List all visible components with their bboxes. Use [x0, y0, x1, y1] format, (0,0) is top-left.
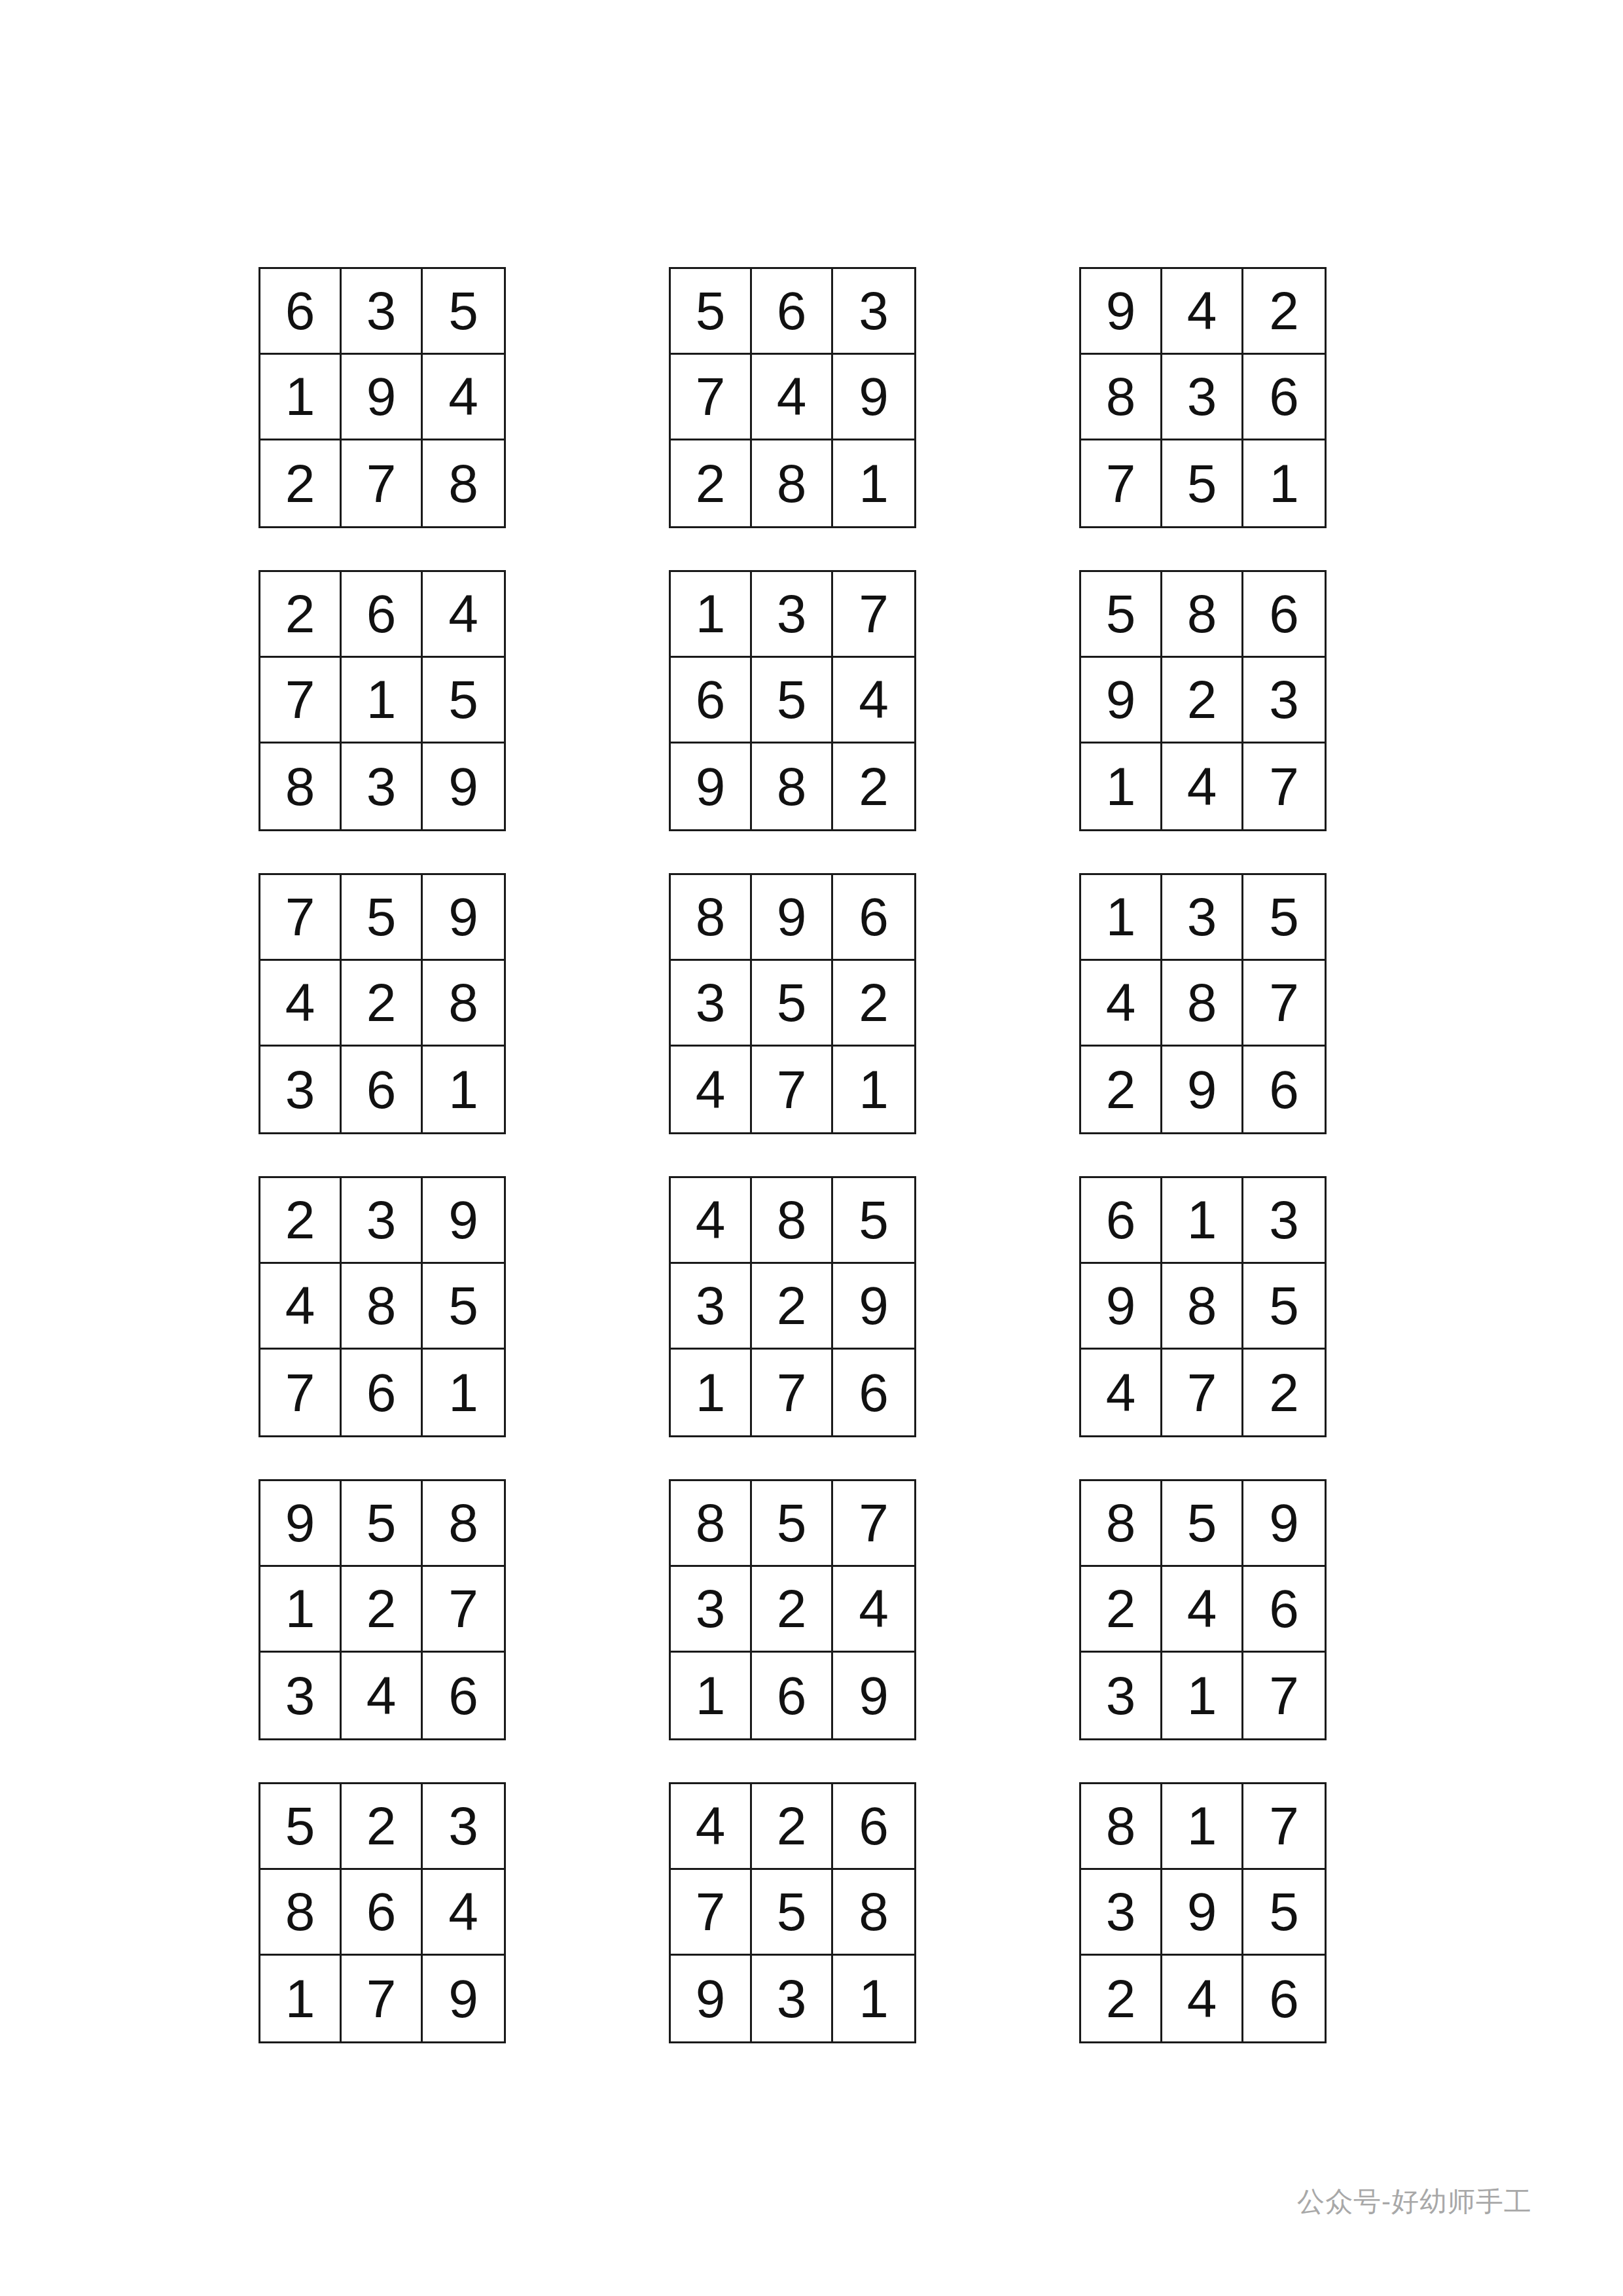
number-cell: 4	[1162, 1956, 1243, 2041]
number-cell: 5	[423, 1264, 504, 1350]
number-cell: 1	[1243, 440, 1325, 526]
number-cell: 4	[833, 658, 914, 744]
number-cell: 7	[423, 1567, 504, 1653]
number-cell: 9	[342, 355, 423, 440]
number-cell: 7	[1243, 1653, 1325, 1738]
number-cell: 1	[1162, 1653, 1243, 1738]
number-cell: 4	[1081, 961, 1162, 1047]
number-cell: 3	[260, 1653, 342, 1738]
number-cell: 6	[342, 1350, 423, 1435]
number-cell: 7	[1243, 961, 1325, 1047]
number-cell: 4	[1081, 1350, 1162, 1435]
number-cell: 8	[752, 1178, 833, 1264]
number-cell: 3	[1162, 875, 1243, 961]
number-cell: 5	[1243, 1870, 1325, 1956]
number-cell: 6	[1243, 355, 1325, 440]
number-cell: 8	[342, 1264, 423, 1350]
number-cell: 2	[1081, 1567, 1162, 1653]
number-cell: 6	[342, 1047, 423, 1132]
number-cell: 6	[833, 875, 914, 961]
number-cell: 9	[1162, 1870, 1243, 1956]
number-cell: 6	[833, 1350, 914, 1435]
number-cell: 9	[1243, 1481, 1325, 1567]
number-cell: 4	[1162, 269, 1243, 355]
number-cell: 4	[833, 1567, 914, 1653]
number-cell: 6	[671, 658, 752, 744]
number-cell: 4	[671, 1784, 752, 1870]
number-board-7: 759428361	[259, 873, 506, 1134]
number-cell: 7	[1081, 440, 1162, 526]
number-cell: 9	[833, 1653, 914, 1738]
number-board-10: 239485761	[259, 1176, 506, 1437]
number-cell: 1	[1162, 1178, 1243, 1264]
number-cell: 6	[833, 1784, 914, 1870]
number-cell: 1	[833, 1047, 914, 1132]
number-cell: 7	[833, 1481, 914, 1567]
number-cell: 2	[260, 1178, 342, 1264]
number-cell: 8	[1162, 961, 1243, 1047]
number-cell: 1	[1081, 875, 1162, 961]
number-board-3: 942836751	[1079, 267, 1327, 528]
number-cell: 2	[260, 440, 342, 526]
number-cell: 3	[1243, 1178, 1325, 1264]
boards-grid: 6351942785637492819428367512647158391376…	[259, 267, 1327, 2043]
number-cell: 4	[423, 355, 504, 440]
number-cell: 7	[671, 1870, 752, 1956]
number-cell: 9	[833, 355, 914, 440]
number-cell: 3	[342, 1178, 423, 1264]
number-cell: 9	[1162, 1047, 1243, 1132]
number-cell: 5	[752, 658, 833, 744]
number-cell: 1	[671, 1350, 752, 1435]
number-cell: 4	[1162, 744, 1243, 829]
number-cell: 2	[833, 961, 914, 1047]
number-cell: 5	[1243, 1264, 1325, 1350]
number-cell: 9	[423, 744, 504, 829]
number-cell: 5	[833, 1178, 914, 1264]
number-cell: 7	[260, 658, 342, 744]
number-cell: 2	[752, 1567, 833, 1653]
number-cell: 3	[260, 1047, 342, 1132]
number-board-2: 563749281	[669, 267, 916, 528]
number-cell: 5	[423, 658, 504, 744]
number-cell: 4	[260, 1264, 342, 1350]
number-cell: 8	[423, 440, 504, 526]
number-cell: 3	[833, 269, 914, 355]
number-cell: 2	[342, 1567, 423, 1653]
number-cell: 1	[1162, 1784, 1243, 1870]
number-board-16: 523864179	[259, 1782, 506, 2043]
number-cell: 1	[260, 355, 342, 440]
number-cell: 3	[752, 1956, 833, 2041]
number-board-11: 485329176	[669, 1176, 916, 1437]
number-cell: 9	[423, 1956, 504, 2041]
number-cell: 7	[833, 572, 914, 658]
number-cell: 7	[671, 355, 752, 440]
number-cell: 1	[833, 1956, 914, 2041]
number-board-17: 426758931	[669, 1782, 916, 2043]
number-cell: 8	[671, 875, 752, 961]
number-cell: 3	[342, 269, 423, 355]
number-cell: 7	[260, 1350, 342, 1435]
number-cell: 4	[423, 1870, 504, 1956]
number-board-13: 958127346	[259, 1479, 506, 1740]
number-cell: 1	[260, 1956, 342, 2041]
number-board-8: 896352471	[669, 873, 916, 1134]
number-cell: 7	[1243, 1784, 1325, 1870]
number-cell: 2	[833, 744, 914, 829]
number-cell: 8	[1162, 572, 1243, 658]
number-cell: 9	[671, 1956, 752, 2041]
number-cell: 8	[1081, 1784, 1162, 1870]
number-cell: 4	[671, 1047, 752, 1132]
number-cell: 7	[752, 1350, 833, 1435]
number-cell: 5	[1162, 440, 1243, 526]
number-cell: 3	[752, 572, 833, 658]
number-cell: 8	[1162, 1264, 1243, 1350]
number-cell: 5	[423, 269, 504, 355]
number-cell: 5	[342, 875, 423, 961]
number-cell: 3	[1243, 658, 1325, 744]
number-cell: 4	[260, 961, 342, 1047]
number-cell: 5	[752, 1481, 833, 1567]
number-cell: 3	[1162, 355, 1243, 440]
number-cell: 1	[671, 1653, 752, 1738]
number-board-14: 857324169	[669, 1479, 916, 1740]
number-cell: 8	[423, 961, 504, 1047]
number-cell: 3	[671, 1264, 752, 1350]
number-cell: 4	[342, 1653, 423, 1738]
number-cell: 4	[423, 572, 504, 658]
number-board-1: 635194278	[259, 267, 506, 528]
number-cell: 9	[671, 744, 752, 829]
number-cell: 6	[260, 269, 342, 355]
number-cell: 5	[752, 1870, 833, 1956]
number-cell: 6	[1243, 572, 1325, 658]
number-cell: 8	[833, 1870, 914, 1956]
number-cell: 5	[671, 269, 752, 355]
number-cell: 7	[260, 875, 342, 961]
number-cell: 8	[671, 1481, 752, 1567]
number-cell: 5	[1162, 1481, 1243, 1567]
number-cell: 1	[260, 1567, 342, 1653]
number-cell: 1	[342, 658, 423, 744]
number-board-5: 137654982	[669, 570, 916, 831]
number-cell: 4	[752, 355, 833, 440]
number-cell: 6	[342, 572, 423, 658]
number-cell: 8	[260, 744, 342, 829]
number-cell: 6	[1081, 1178, 1162, 1264]
number-cell: 6	[423, 1653, 504, 1738]
number-cell: 1	[671, 572, 752, 658]
number-cell: 5	[1243, 875, 1325, 961]
number-cell: 6	[1243, 1567, 1325, 1653]
number-cell: 2	[342, 961, 423, 1047]
number-cell: 6	[1243, 1047, 1325, 1132]
number-cell: 2	[752, 1784, 833, 1870]
number-board-12: 613985472	[1079, 1176, 1327, 1437]
number-cell: 3	[423, 1784, 504, 1870]
number-board-6: 586923147	[1079, 570, 1327, 831]
number-cell: 2	[1243, 269, 1325, 355]
number-cell: 7	[342, 440, 423, 526]
number-cell: 6	[1243, 1956, 1325, 2041]
number-cell: 3	[342, 744, 423, 829]
number-cell: 4	[671, 1178, 752, 1264]
number-cell: 6	[752, 269, 833, 355]
number-cell: 2	[752, 1264, 833, 1350]
number-cell: 7	[752, 1047, 833, 1132]
number-board-9: 135487296	[1079, 873, 1327, 1134]
number-cell: 2	[342, 1784, 423, 1870]
number-board-18: 817395246	[1079, 1782, 1327, 2043]
number-cell: 8	[752, 744, 833, 829]
number-cell: 5	[1081, 572, 1162, 658]
number-cell: 9	[1081, 1264, 1162, 1350]
number-cell: 5	[342, 1481, 423, 1567]
number-cell: 2	[1162, 658, 1243, 744]
number-cell: 7	[1162, 1350, 1243, 1435]
number-cell: 9	[423, 1178, 504, 1264]
number-cell: 2	[1081, 1956, 1162, 2041]
number-cell: 9	[752, 875, 833, 961]
number-cell: 9	[423, 875, 504, 961]
watermark-text: 公众号-好幼师手工	[1297, 2183, 1532, 2220]
number-cell: 3	[1081, 1653, 1162, 1738]
number-cell: 8	[752, 440, 833, 526]
number-cell: 9	[1081, 269, 1162, 355]
number-cell: 1	[423, 1350, 504, 1435]
number-cell: 9	[833, 1264, 914, 1350]
number-cell: 9	[1081, 658, 1162, 744]
number-cell: 8	[423, 1481, 504, 1567]
number-cell: 7	[1243, 744, 1325, 829]
number-cell: 2	[260, 572, 342, 658]
number-cell: 1	[1081, 744, 1162, 829]
number-cell: 8	[1081, 1481, 1162, 1567]
number-cell: 6	[342, 1870, 423, 1956]
number-cell: 3	[671, 961, 752, 1047]
number-cell: 5	[752, 961, 833, 1047]
number-cell: 6	[752, 1653, 833, 1738]
number-cell: 2	[1243, 1350, 1325, 1435]
number-cell: 1	[833, 440, 914, 526]
number-cell: 1	[423, 1047, 504, 1132]
number-cell: 7	[342, 1956, 423, 2041]
number-cell: 4	[1162, 1567, 1243, 1653]
number-cell: 3	[671, 1567, 752, 1653]
number-cell: 8	[260, 1870, 342, 1956]
number-cell: 8	[1081, 355, 1162, 440]
number-cell: 2	[1081, 1047, 1162, 1132]
number-cell: 5	[260, 1784, 342, 1870]
number-board-15: 859246317	[1079, 1479, 1327, 1740]
number-cell: 2	[671, 440, 752, 526]
number-board-4: 264715839	[259, 570, 506, 831]
number-cell: 9	[260, 1481, 342, 1567]
number-cell: 3	[1081, 1870, 1162, 1956]
